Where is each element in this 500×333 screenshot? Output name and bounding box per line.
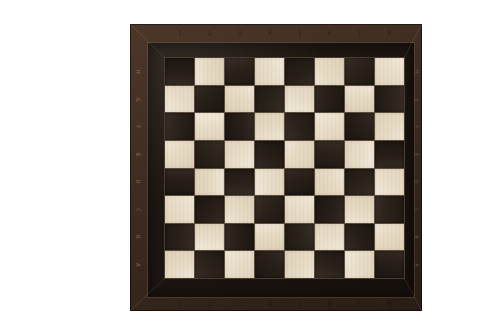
coordinate-mark: 8	[374, 300, 404, 308]
board-square	[315, 224, 344, 251]
board-square	[345, 113, 374, 140]
board-square	[195, 141, 224, 168]
board-square	[345, 169, 374, 196]
board-square	[165, 251, 194, 278]
board-square	[285, 113, 314, 140]
board-square	[225, 113, 254, 140]
board-square	[345, 58, 374, 85]
board-square	[345, 196, 374, 223]
coordinate-mark: 7	[344, 29, 374, 37]
board-square	[255, 251, 284, 278]
board-square	[195, 251, 224, 278]
board-square	[225, 224, 254, 251]
board-square	[375, 58, 404, 85]
board-square	[165, 169, 194, 196]
board-square	[225, 141, 254, 168]
board-square	[225, 196, 254, 223]
board-square	[285, 251, 314, 278]
coordinate-mark: 2	[195, 300, 225, 308]
board-square	[225, 251, 254, 278]
board-square	[195, 113, 224, 140]
board-square	[345, 86, 374, 113]
board-square	[255, 224, 284, 251]
coordinate-mark: 6	[314, 29, 344, 37]
coordinate-mark: 1	[165, 300, 195, 308]
board-square	[285, 169, 314, 196]
coordinate-mark: 3	[225, 29, 255, 37]
board-square	[165, 86, 194, 113]
board-square	[345, 141, 374, 168]
board-square	[375, 224, 404, 251]
coordinate-mark: 4	[255, 29, 285, 37]
coordinate-mark: 8	[374, 29, 404, 37]
coordinate-mark: 7	[344, 300, 374, 308]
coordinate-mark: 6	[314, 300, 344, 308]
board-square	[375, 141, 404, 168]
board-square	[315, 58, 344, 85]
board-square	[195, 86, 224, 113]
board-square	[285, 141, 314, 168]
board-square	[165, 224, 194, 251]
board-squares	[165, 58, 404, 278]
board-square	[255, 58, 284, 85]
board-square	[315, 86, 344, 113]
board-square	[375, 86, 404, 113]
board-square	[375, 251, 404, 278]
chess-board: 12345678 12345678 HGFEDCBA HGFEDCBA	[130, 24, 422, 311]
board-square	[165, 113, 194, 140]
product-photo: 12345678 12345678 HGFEDCBA HGFEDCBA	[0, 0, 500, 333]
board-square	[255, 141, 284, 168]
board-square	[225, 86, 254, 113]
file-labels-top: 12345678	[165, 29, 404, 37]
board-square	[195, 169, 224, 196]
board-square	[315, 141, 344, 168]
board-square	[315, 113, 344, 140]
coordinate-mark: 5	[285, 300, 315, 308]
board-square	[375, 169, 404, 196]
board-square	[225, 169, 254, 196]
board-square	[375, 196, 404, 223]
board-square	[345, 224, 374, 251]
board-square	[255, 86, 284, 113]
board-square	[345, 251, 374, 278]
board-square	[315, 196, 344, 223]
coordinate-mark: 4	[255, 300, 285, 308]
board-square	[165, 196, 194, 223]
board-square	[195, 58, 224, 85]
board-square	[195, 196, 224, 223]
board-square	[255, 196, 284, 223]
board-square	[285, 58, 314, 85]
board-square	[285, 224, 314, 251]
board-square	[165, 58, 194, 85]
board-square	[225, 58, 254, 85]
coordinate-mark: 1	[165, 29, 195, 37]
board-inner-border	[148, 43, 414, 297]
coordinate-mark: 3	[225, 300, 255, 308]
board-square	[285, 86, 314, 113]
board-square	[255, 113, 284, 140]
coordinate-mark: 5	[285, 29, 315, 37]
rank-labels-left: HGFEDCBA	[133, 58, 143, 278]
board-square	[315, 251, 344, 278]
board-square	[285, 196, 314, 223]
board-square	[195, 224, 224, 251]
coordinate-mark: 2	[195, 29, 225, 37]
file-labels-bottom: 12345678	[165, 300, 404, 308]
board-square	[375, 113, 404, 140]
board-square	[315, 169, 344, 196]
board-square	[165, 141, 194, 168]
board-square	[255, 169, 284, 196]
